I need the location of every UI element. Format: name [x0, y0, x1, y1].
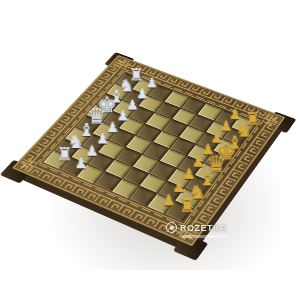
piece-silver-rook: ♜ [56, 145, 72, 163]
piece-gold-rook: ♜ [179, 196, 196, 215]
piece-silver-pawn: ♟ [75, 156, 88, 170]
watermark: ROZETKA [166, 222, 244, 238]
watermark-brand: ROZETKA [180, 223, 227, 233]
product-photo: ♜♞♝♛♚♝♞♜♟♟♟♟♟♟♟♟♟♟♟♟♟♟♟♟♜♞♝♛♚♝♞♜ ROZETKA [0, 0, 300, 300]
rozetka-logo-icon [166, 222, 177, 233]
watermark-tagline [181, 235, 227, 238]
piece-gold-pawn: ♟ [163, 193, 176, 208]
